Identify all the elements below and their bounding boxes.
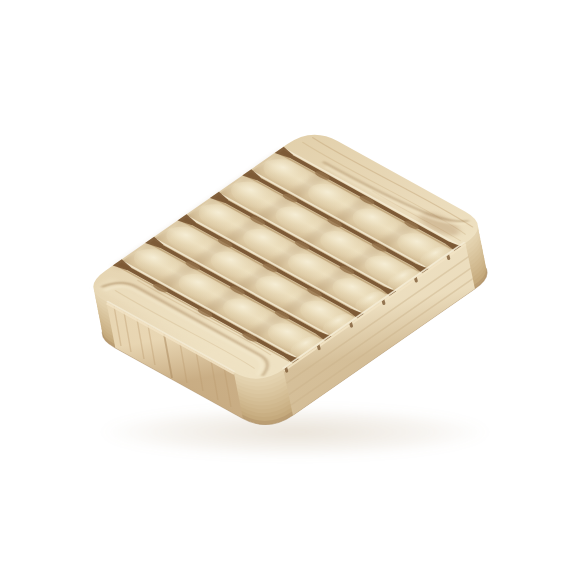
product-photo (0, 0, 588, 588)
soap-dish-illustration (0, 0, 588, 588)
